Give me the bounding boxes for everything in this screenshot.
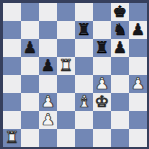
square-a1[interactable]: ♜ [3,129,21,147]
square-e8[interactable] [75,3,93,21]
square-e2[interactable] [75,111,93,129]
square-c7[interactable] [39,21,57,39]
square-e3[interactable]: ♝ [75,93,93,111]
square-h2[interactable] [129,111,147,129]
square-h5[interactable] [129,57,147,75]
square-b2[interactable] [21,111,39,129]
square-h3[interactable] [129,93,147,111]
square-c5[interactable]: ♟ [39,57,57,75]
square-c1[interactable] [39,129,57,147]
square-h8[interactable] [129,3,147,21]
chess-board: ♚♜♞♟♟♜♟♟♜♟♟♟♝♚♟♜ [3,3,147,147]
square-b7[interactable] [21,21,39,39]
square-g6[interactable]: ♟ [111,39,129,57]
piece-white-pawn: ♟ [131,75,145,93]
piece-black-king: ♚ [113,3,127,21]
square-d8[interactable] [57,3,75,21]
square-e4[interactable] [75,75,93,93]
piece-black-pawn: ♟ [41,57,55,75]
piece-white-pawn: ♟ [95,75,109,93]
square-d5[interactable]: ♜ [57,57,75,75]
square-h6[interactable] [129,39,147,57]
square-a5[interactable] [3,57,21,75]
square-h1[interactable] [129,129,147,147]
square-f2[interactable] [93,111,111,129]
square-a4[interactable] [3,75,21,93]
square-e7[interactable]: ♜ [75,21,93,39]
square-g4[interactable] [111,75,129,93]
square-a6[interactable] [3,39,21,57]
square-b3[interactable] [21,93,39,111]
square-b6[interactable]: ♟ [21,39,39,57]
square-c3[interactable]: ♟ [39,93,57,111]
square-g8[interactable]: ♚ [111,3,129,21]
piece-white-king: ♚ [95,93,109,111]
piece-white-bishop: ♝ [77,93,91,111]
piece-black-pawn: ♟ [113,39,127,57]
square-c4[interactable] [39,75,57,93]
square-a2[interactable] [3,111,21,129]
square-c8[interactable] [39,3,57,21]
square-e6[interactable] [75,39,93,57]
square-d2[interactable] [57,111,75,129]
square-f6[interactable]: ♜ [93,39,111,57]
piece-white-rook: ♜ [5,129,19,147]
square-d6[interactable] [57,39,75,57]
piece-white-pawn: ♟ [41,111,55,129]
piece-black-pawn: ♟ [23,39,37,57]
square-d3[interactable] [57,93,75,111]
piece-black-knight: ♞ [113,21,127,39]
square-c6[interactable] [39,39,57,57]
square-h4[interactable]: ♟ [129,75,147,93]
square-g2[interactable] [111,111,129,129]
piece-white-rook: ♜ [59,57,73,75]
piece-black-pawn: ♟ [131,21,145,39]
square-a8[interactable] [3,3,21,21]
square-b8[interactable] [21,3,39,21]
square-g3[interactable] [111,93,129,111]
square-h7[interactable]: ♟ [129,21,147,39]
square-f7[interactable] [93,21,111,39]
square-e1[interactable] [75,129,93,147]
chess-board-frame: ♚♜♞♟♟♜♟♟♜♟♟♟♝♚♟♜ [0,0,149,149]
square-b1[interactable] [21,129,39,147]
square-b5[interactable] [21,57,39,75]
square-d1[interactable] [57,129,75,147]
square-f3[interactable]: ♚ [93,93,111,111]
square-c2[interactable]: ♟ [39,111,57,129]
square-f4[interactable]: ♟ [93,75,111,93]
piece-white-pawn: ♟ [41,93,55,111]
square-a7[interactable] [3,21,21,39]
square-b4[interactable] [21,75,39,93]
square-g7[interactable]: ♞ [111,21,129,39]
square-f8[interactable] [93,3,111,21]
square-e5[interactable] [75,57,93,75]
square-g1[interactable] [111,129,129,147]
piece-black-rook: ♜ [77,21,91,39]
square-d4[interactable] [57,75,75,93]
square-g5[interactable] [111,57,129,75]
square-a3[interactable] [3,93,21,111]
square-f5[interactable] [93,57,111,75]
square-f1[interactable] [93,129,111,147]
square-d7[interactable] [57,21,75,39]
piece-black-rook: ♜ [95,39,109,57]
